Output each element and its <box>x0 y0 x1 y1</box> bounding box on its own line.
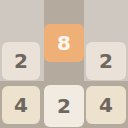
tile-4-bottom-right: 4 <box>86 86 126 124</box>
game-board[interactable]: 822424 <box>0 0 128 128</box>
tile-2-bottom-middle: 2 <box>44 85 84 127</box>
tile-2-middle-left: 2 <box>2 42 40 80</box>
tile-4-bottom-left: 4 <box>2 86 40 124</box>
tile-2-middle-right: 2 <box>86 42 126 80</box>
tile-8-falling: 8 <box>44 24 84 62</box>
